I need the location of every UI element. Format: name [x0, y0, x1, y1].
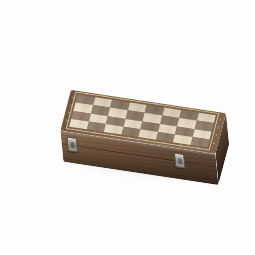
coordinate-mark: 4	[65, 120, 68, 123]
coordinate-mark: 3	[67, 112, 70, 115]
coordinate-mark: 2	[216, 126, 219, 129]
clasp-slot	[178, 158, 182, 164]
coordinate-mark: 4	[212, 143, 215, 146]
coordinate-mark: 3	[214, 134, 217, 137]
board-square	[190, 137, 209, 148]
clasp-slot	[70, 142, 74, 148]
coordinate-mark: 1	[71, 96, 74, 99]
clasp-left	[66, 136, 78, 152]
clasp-right	[174, 153, 186, 169]
product-photo-chess-case: aabbccddeeffgghh11223344	[0, 0, 255, 255]
coordinate-mark: 1	[218, 118, 221, 121]
coordinate-mark: 2	[69, 104, 72, 107]
